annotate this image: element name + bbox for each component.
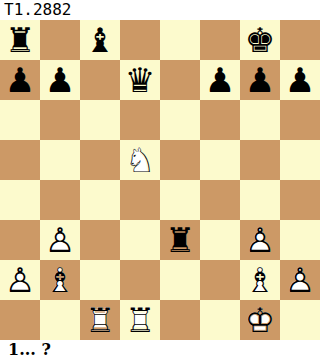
piece-black-pawn: ♟ — [280, 60, 320, 100]
piece-black-rook: ♜ — [0, 20, 40, 60]
square-c6[interactable] — [80, 100, 120, 140]
square-b1[interactable] — [40, 300, 80, 340]
square-d1[interactable]: ♜♖ — [120, 300, 160, 340]
square-a8[interactable]: ♜ — [0, 20, 40, 60]
square-d3[interactable] — [120, 220, 160, 260]
square-b8[interactable] — [40, 20, 80, 60]
move-prompt: 1... ? — [0, 340, 320, 360]
chess-puzzle-app: T1.2882 ♜♝♚♟♟♛♟♟♟♞♘♟♙♜♟♙♟♙♝♗♝♗♟♙♜♖♜♖♚♔ 1… — [0, 0, 320, 360]
square-d8[interactable] — [120, 20, 160, 60]
square-g7[interactable]: ♟ — [240, 60, 280, 100]
square-b5[interactable] — [40, 140, 80, 180]
piece-white-knight: ♘ — [120, 140, 160, 180]
square-e2[interactable] — [160, 260, 200, 300]
square-f8[interactable] — [200, 20, 240, 60]
puzzle-id: T1.2882 — [0, 0, 320, 20]
square-c4[interactable] — [80, 180, 120, 220]
piece-white-bishop: ♗ — [240, 260, 280, 300]
piece-black-king: ♚ — [240, 20, 280, 60]
square-e4[interactable] — [160, 180, 200, 220]
square-e6[interactable] — [160, 100, 200, 140]
square-b4[interactable] — [40, 180, 80, 220]
square-f2[interactable] — [200, 260, 240, 300]
square-b3[interactable]: ♟♙ — [40, 220, 80, 260]
piece-black-rook: ♜ — [160, 220, 200, 260]
square-e5[interactable] — [160, 140, 200, 180]
piece-white-pawn: ♙ — [40, 220, 80, 260]
square-h6[interactable] — [280, 100, 320, 140]
square-f4[interactable] — [200, 180, 240, 220]
square-h1[interactable] — [280, 300, 320, 340]
piece-black-pawn: ♟ — [240, 60, 280, 100]
square-c5[interactable] — [80, 140, 120, 180]
square-d7[interactable]: ♛ — [120, 60, 160, 100]
square-f5[interactable] — [200, 140, 240, 180]
piece-black-bishop: ♝ — [80, 20, 120, 60]
piece-white-pawn: ♙ — [240, 220, 280, 260]
square-d5[interactable]: ♞♘ — [120, 140, 160, 180]
square-g8[interactable]: ♚ — [240, 20, 280, 60]
square-h7[interactable]: ♟ — [280, 60, 320, 100]
square-e8[interactable] — [160, 20, 200, 60]
square-g3[interactable]: ♟♙ — [240, 220, 280, 260]
square-c1[interactable]: ♜♖ — [80, 300, 120, 340]
square-a6[interactable] — [0, 100, 40, 140]
square-a4[interactable] — [0, 180, 40, 220]
square-c7[interactable] — [80, 60, 120, 100]
square-b2[interactable]: ♝♗ — [40, 260, 80, 300]
square-a5[interactable] — [0, 140, 40, 180]
square-d4[interactable] — [120, 180, 160, 220]
square-f3[interactable] — [200, 220, 240, 260]
square-c3[interactable] — [80, 220, 120, 260]
square-e3[interactable]: ♜ — [160, 220, 200, 260]
square-g2[interactable]: ♝♗ — [240, 260, 280, 300]
square-h3[interactable] — [280, 220, 320, 260]
square-g4[interactable] — [240, 180, 280, 220]
square-e1[interactable] — [160, 300, 200, 340]
piece-white-bishop: ♗ — [40, 260, 80, 300]
square-g5[interactable] — [240, 140, 280, 180]
square-a7[interactable]: ♟ — [0, 60, 40, 100]
square-h2[interactable]: ♟♙ — [280, 260, 320, 300]
square-g6[interactable] — [240, 100, 280, 140]
piece-black-pawn: ♟ — [0, 60, 40, 100]
square-a2[interactable]: ♟♙ — [0, 260, 40, 300]
piece-white-pawn: ♙ — [0, 260, 40, 300]
square-d6[interactable] — [120, 100, 160, 140]
square-a1[interactable] — [0, 300, 40, 340]
piece-black-pawn: ♟ — [200, 60, 240, 100]
piece-white-king: ♔ — [240, 300, 280, 340]
piece-black-pawn: ♟ — [40, 60, 80, 100]
square-h4[interactable] — [280, 180, 320, 220]
piece-white-pawn: ♙ — [280, 260, 320, 300]
square-c8[interactable]: ♝ — [80, 20, 120, 60]
square-f7[interactable]: ♟ — [200, 60, 240, 100]
piece-white-rook: ♖ — [120, 300, 160, 340]
square-h8[interactable] — [280, 20, 320, 60]
square-c2[interactable] — [80, 260, 120, 300]
square-f6[interactable] — [200, 100, 240, 140]
square-b6[interactable] — [40, 100, 80, 140]
square-h5[interactable] — [280, 140, 320, 180]
square-a3[interactable] — [0, 220, 40, 260]
square-e7[interactable] — [160, 60, 200, 100]
square-f1[interactable] — [200, 300, 240, 340]
square-g1[interactable]: ♚♔ — [240, 300, 280, 340]
chess-board: ♜♝♚♟♟♛♟♟♟♞♘♟♙♜♟♙♟♙♝♗♝♗♟♙♜♖♜♖♚♔ — [0, 20, 320, 340]
square-b7[interactable]: ♟ — [40, 60, 80, 100]
piece-white-rook: ♖ — [80, 300, 120, 340]
piece-black-queen: ♛ — [120, 60, 160, 100]
square-d2[interactable] — [120, 260, 160, 300]
